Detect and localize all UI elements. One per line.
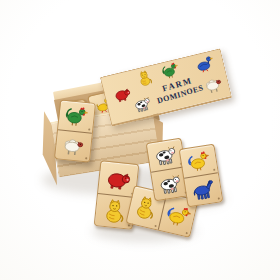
- domino-leaning-rooster-sheep[interactable]: [54, 99, 96, 162]
- horse-picture-half: [184, 172, 222, 206]
- box-sliding-lid[interactable]: FARM DOMINOES: [100, 48, 232, 127]
- sheep-picture-half: [55, 129, 92, 162]
- lid-cat-icon: [134, 67, 157, 88]
- lid-goose-icon: [190, 52, 220, 77]
- product-photo-farm-dominoes: FARM DOMINOES: [0, 0, 280, 280]
- lid-title: FARM DOMINOES: [148, 72, 209, 107]
- rooster-picture-half: [58, 100, 95, 132]
